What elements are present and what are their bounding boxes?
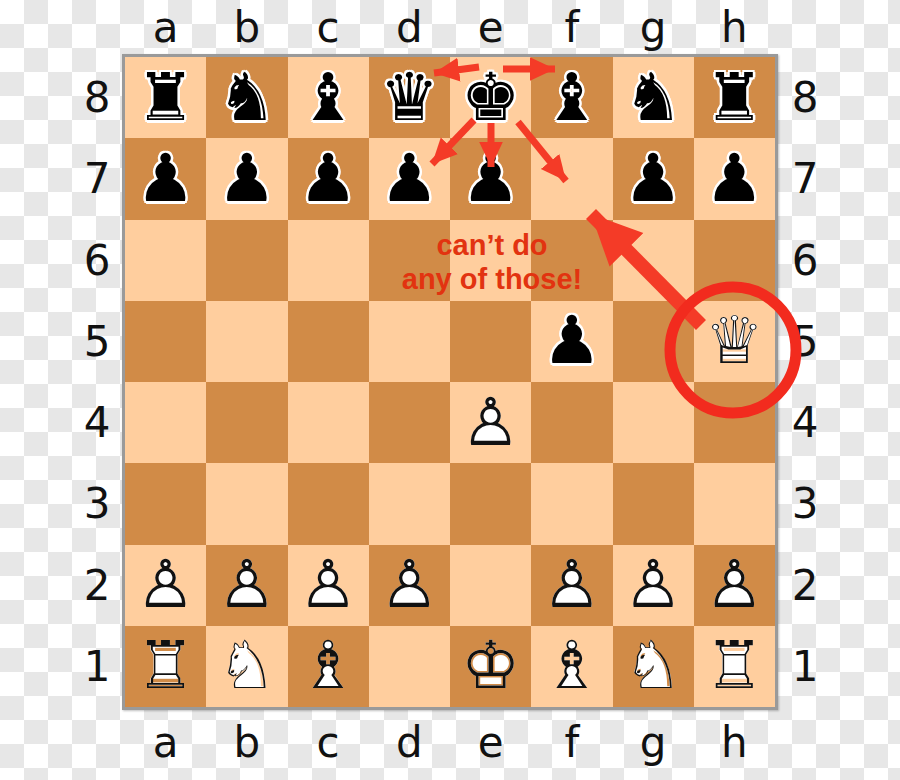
- rank-label-1: 1: [775, 626, 835, 707]
- rank-label-1: 1: [67, 626, 127, 707]
- white-pawn: ♟♙: [624, 552, 683, 618]
- file-label-g: g: [613, 0, 694, 54]
- rank-label-3: 3: [67, 463, 127, 544]
- white-pawn: ♟♙: [380, 552, 439, 618]
- piece-outline: ♙: [624, 552, 683, 618]
- square-f1[interactable]: ♝♗: [531, 626, 612, 707]
- rank-label-8: 8: [775, 57, 835, 138]
- square-a1[interactable]: ♜♖: [125, 626, 206, 707]
- black-pawn: ♟: [705, 146, 764, 212]
- square-a3[interactable]: [125, 463, 206, 544]
- rank-labels-right: 87654321: [775, 57, 835, 707]
- square-c2[interactable]: ♟♙: [288, 545, 369, 626]
- square-f7[interactable]: [531, 138, 612, 219]
- white-pawn: ♟♙: [299, 552, 358, 618]
- square-b2[interactable]: ♟♙: [206, 545, 287, 626]
- rank-label-2: 2: [67, 545, 127, 626]
- black-rook: ♜: [705, 65, 764, 131]
- note-text: can’t do any of those!: [342, 228, 642, 296]
- square-c5[interactable]: [288, 301, 369, 382]
- file-label-d: d: [369, 712, 450, 772]
- piece-outline: ♖: [136, 633, 195, 699]
- square-h1[interactable]: ♜♖: [694, 626, 775, 707]
- square-a6[interactable]: [125, 220, 206, 301]
- black-pawn: ♟: [461, 146, 520, 212]
- white-bishop: ♝♗: [299, 633, 358, 699]
- square-c1[interactable]: ♝♗: [288, 626, 369, 707]
- white-knight: ♞♘: [624, 633, 683, 699]
- file-label-f: f: [531, 0, 612, 54]
- file-label-b: b: [206, 0, 287, 54]
- square-h8[interactable]: ♜: [694, 57, 775, 138]
- file-labels-bottom: abcdefgh: [125, 712, 775, 772]
- square-c3[interactable]: [288, 463, 369, 544]
- black-pawn: ♟: [136, 146, 195, 212]
- file-label-g: g: [613, 712, 694, 772]
- black-queen: ♛: [380, 65, 439, 131]
- square-d1[interactable]: [369, 626, 450, 707]
- square-g4[interactable]: [613, 382, 694, 463]
- piece-outline: ♔: [461, 633, 520, 699]
- square-d7[interactable]: ♟: [369, 138, 450, 219]
- rank-label-6: 6: [67, 220, 127, 301]
- rank-label-4: 4: [775, 382, 835, 463]
- square-e2[interactable]: [450, 545, 531, 626]
- square-a2[interactable]: ♟♙: [125, 545, 206, 626]
- piece-outline: ♙: [461, 390, 520, 456]
- black-pawn: ♟: [299, 146, 358, 212]
- square-a8[interactable]: ♜: [125, 57, 206, 138]
- piece-outline: ♙: [217, 552, 276, 618]
- square-h5[interactable]: ♛♕: [694, 301, 775, 382]
- square-f4[interactable]: [531, 382, 612, 463]
- square-h2[interactable]: ♟♙: [694, 545, 775, 626]
- file-label-a: a: [125, 712, 206, 772]
- square-d2[interactable]: ♟♙: [369, 545, 450, 626]
- piece-outline: ♙: [380, 552, 439, 618]
- rank-label-7: 7: [775, 138, 835, 219]
- black-bishop: ♝: [299, 65, 358, 131]
- square-f8[interactable]: ♝: [531, 57, 612, 138]
- square-g8[interactable]: ♞: [613, 57, 694, 138]
- square-a5[interactable]: [125, 301, 206, 382]
- file-labels-top: abcdefgh: [125, 0, 775, 54]
- diagram-canvas: abcdefgh abcdefgh 87654321 87654321 ♜♞♝♛…: [0, 0, 900, 780]
- white-pawn: ♟♙: [461, 390, 520, 456]
- file-label-f: f: [531, 712, 612, 772]
- file-label-c: c: [288, 712, 369, 772]
- square-e3[interactable]: [450, 463, 531, 544]
- square-g2[interactable]: ♟♙: [613, 545, 694, 626]
- square-g7[interactable]: ♟: [613, 138, 694, 219]
- black-pawn: ♟: [380, 146, 439, 212]
- rank-labels-left: 87654321: [67, 57, 127, 707]
- file-label-c: c: [288, 0, 369, 54]
- black-pawn: ♟: [217, 146, 276, 212]
- piece-outline: ♘: [624, 633, 683, 699]
- square-b7[interactable]: ♟: [206, 138, 287, 219]
- file-label-b: b: [206, 712, 287, 772]
- black-pawn: ♟: [542, 308, 601, 374]
- white-pawn: ♟♙: [705, 552, 764, 618]
- piece-outline: ♗: [542, 633, 601, 699]
- file-label-e: e: [450, 0, 531, 54]
- black-pawn: ♟: [624, 146, 683, 212]
- square-b3[interactable]: [206, 463, 287, 544]
- rank-label-7: 7: [67, 138, 127, 219]
- white-king: ♚♔: [461, 633, 520, 699]
- rank-label-5: 5: [67, 301, 127, 382]
- black-knight: ♞: [624, 65, 683, 131]
- rank-label-3: 3: [775, 463, 835, 544]
- note-line-2: any of those!: [342, 262, 642, 296]
- note-line-1: can’t do: [342, 228, 642, 262]
- piece-outline: ♙: [705, 552, 764, 618]
- piece-outline: ♗: [299, 633, 358, 699]
- square-g1[interactable]: ♞♘: [613, 626, 694, 707]
- white-knight: ♞♘: [217, 633, 276, 699]
- square-h6[interactable]: [694, 220, 775, 301]
- piece-outline: ♖: [705, 633, 764, 699]
- square-d8[interactable]: ♛: [369, 57, 450, 138]
- rank-label-6: 6: [775, 220, 835, 301]
- square-a7[interactable]: ♟: [125, 138, 206, 219]
- square-d5[interactable]: [369, 301, 450, 382]
- rank-label-2: 2: [775, 545, 835, 626]
- square-d3[interactable]: [369, 463, 450, 544]
- square-c8[interactable]: ♝: [288, 57, 369, 138]
- square-b6[interactable]: [206, 220, 287, 301]
- file-label-e: e: [450, 712, 531, 772]
- square-h4[interactable]: [694, 382, 775, 463]
- square-e8[interactable]: ♚: [450, 57, 531, 138]
- square-h7[interactable]: ♟: [694, 138, 775, 219]
- piece-outline: ♙: [136, 552, 195, 618]
- white-bishop: ♝♗: [542, 633, 601, 699]
- piece-outline: ♕: [705, 308, 764, 374]
- square-g5[interactable]: [613, 301, 694, 382]
- square-f2[interactable]: ♟♙: [531, 545, 612, 626]
- square-b8[interactable]: ♞: [206, 57, 287, 138]
- white-queen: ♛♕: [705, 308, 764, 374]
- chess-board: ♜♞♝♛♚♝♞♜♟♟♟♟♟♟♟♟♛♕♟♙♟♙♟♙♟♙♟♙♟♙♟♙♟♙♜♖♞♘♝♗…: [122, 54, 778, 710]
- white-pawn: ♟♙: [217, 552, 276, 618]
- file-label-h: h: [694, 0, 775, 54]
- black-king: ♚: [461, 65, 520, 131]
- piece-outline: ♘: [217, 633, 276, 699]
- rank-label-5: 5: [775, 301, 835, 382]
- white-pawn: ♟♙: [136, 552, 195, 618]
- square-f5[interactable]: ♟: [531, 301, 612, 382]
- square-b5[interactable]: [206, 301, 287, 382]
- square-e1[interactable]: ♚♔: [450, 626, 531, 707]
- square-e7[interactable]: ♟: [450, 138, 531, 219]
- square-d4[interactable]: [369, 382, 450, 463]
- square-c7[interactable]: ♟: [288, 138, 369, 219]
- rank-label-4: 4: [67, 382, 127, 463]
- file-label-a: a: [125, 0, 206, 54]
- square-e4[interactable]: ♟♙: [450, 382, 531, 463]
- file-label-h: h: [694, 712, 775, 772]
- white-pawn: ♟♙: [542, 552, 601, 618]
- square-a4[interactable]: [125, 382, 206, 463]
- white-rook: ♜♖: [136, 633, 195, 699]
- file-label-d: d: [369, 0, 450, 54]
- rank-label-8: 8: [67, 57, 127, 138]
- square-b1[interactable]: ♞♘: [206, 626, 287, 707]
- piece-outline: ♙: [542, 552, 601, 618]
- square-c4[interactable]: [288, 382, 369, 463]
- square-b4[interactable]: [206, 382, 287, 463]
- square-g3[interactable]: [613, 463, 694, 544]
- black-rook: ♜: [136, 65, 195, 131]
- square-h3[interactable]: [694, 463, 775, 544]
- black-knight: ♞: [217, 65, 276, 131]
- black-bishop: ♝: [542, 65, 601, 131]
- white-rook: ♜♖: [705, 633, 764, 699]
- square-f3[interactable]: [531, 463, 612, 544]
- piece-outline: ♙: [299, 552, 358, 618]
- square-e5[interactable]: [450, 301, 531, 382]
